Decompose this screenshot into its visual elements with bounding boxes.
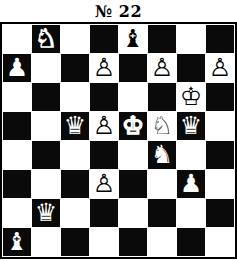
square-c2[interactable] (61, 199, 89, 227)
white-pawn: ♙ (93, 171, 115, 196)
square-d7[interactable]: ♙ (90, 54, 118, 82)
square-a4[interactable] (3, 141, 31, 169)
square-c5[interactable]: ♛ (61, 112, 89, 140)
black-knight: ♞ (35, 26, 57, 51)
square-g6[interactable]: ♔ (177, 83, 205, 111)
square-c8[interactable] (61, 25, 89, 53)
square-f2[interactable] (148, 199, 176, 227)
white-bishop: ♝ (6, 229, 28, 254)
diagram-title: № 22 (0, 0, 237, 22)
square-e3[interactable] (119, 170, 147, 198)
white-king: ♔ (180, 84, 202, 109)
square-g1[interactable] (177, 228, 205, 256)
square-g3[interactable]: ♟ (177, 170, 205, 198)
square-h7[interactable]: ♙ (206, 54, 234, 82)
square-b7[interactable] (32, 54, 60, 82)
square-a1[interactable]: ♝ (3, 228, 31, 256)
square-g7[interactable] (177, 54, 205, 82)
white-queen: ♛ (180, 113, 202, 138)
square-e4[interactable] (119, 141, 147, 169)
square-f5[interactable]: ♘ (148, 112, 176, 140)
square-f1[interactable] (148, 228, 176, 256)
square-h2[interactable] (206, 199, 234, 227)
square-g8[interactable] (177, 25, 205, 53)
square-d5[interactable]: ♙ (90, 112, 118, 140)
square-h5[interactable] (206, 112, 234, 140)
square-a5[interactable] (3, 112, 31, 140)
square-g4[interactable] (177, 141, 205, 169)
square-h8[interactable] (206, 25, 234, 53)
square-g2[interactable] (177, 199, 205, 227)
square-e8[interactable]: ♝ (119, 25, 147, 53)
square-b4[interactable] (32, 141, 60, 169)
square-a3[interactable] (3, 170, 31, 198)
square-b1[interactable] (32, 228, 60, 256)
white-pawn: ♙ (151, 55, 173, 80)
square-e1[interactable] (119, 228, 147, 256)
white-pawn: ♟ (6, 55, 28, 80)
square-f4[interactable]: ♞ (148, 141, 176, 169)
white-pawn: ♙ (209, 55, 231, 80)
square-d2[interactable] (90, 199, 118, 227)
square-b2[interactable]: ♛ (32, 199, 60, 227)
square-f6[interactable] (148, 83, 176, 111)
square-b5[interactable] (32, 112, 60, 140)
square-a6[interactable] (3, 83, 31, 111)
black-king: ♚ (122, 113, 144, 138)
square-d4[interactable] (90, 141, 118, 169)
square-d3[interactable]: ♙ (90, 170, 118, 198)
square-c4[interactable] (61, 141, 89, 169)
black-bishop: ♝ (122, 26, 144, 51)
square-h6[interactable] (206, 83, 234, 111)
square-c1[interactable] (61, 228, 89, 256)
square-g5[interactable]: ♛ (177, 112, 205, 140)
square-b8[interactable]: ♞ (32, 25, 60, 53)
square-b6[interactable] (32, 83, 60, 111)
white-knight: ♞ (151, 142, 173, 167)
square-b3[interactable] (32, 170, 60, 198)
chess-board: ♞♝♟♙♙♙♔♛♙♚♘♛♞♙♟♛♝ (0, 22, 237, 259)
white-queen: ♛ (64, 113, 86, 138)
square-c7[interactable] (61, 54, 89, 82)
square-c3[interactable] (61, 170, 89, 198)
square-e7[interactable] (119, 54, 147, 82)
square-c6[interactable] (61, 83, 89, 111)
white-queen: ♛ (35, 200, 57, 225)
square-h1[interactable] (206, 228, 234, 256)
square-d1[interactable] (90, 228, 118, 256)
square-h4[interactable] (206, 141, 234, 169)
white-pawn: ♟ (180, 171, 202, 196)
white-knight: ♘ (151, 113, 173, 138)
square-d6[interactable] (90, 83, 118, 111)
square-e5[interactable]: ♚ (119, 112, 147, 140)
square-h3[interactable] (206, 170, 234, 198)
square-e6[interactable] (119, 83, 147, 111)
square-a7[interactable]: ♟ (3, 54, 31, 82)
square-f7[interactable]: ♙ (148, 54, 176, 82)
square-a8[interactable] (3, 25, 31, 53)
square-f8[interactable] (148, 25, 176, 53)
square-d8[interactable] (90, 25, 118, 53)
square-f3[interactable] (148, 170, 176, 198)
white-pawn: ♙ (93, 55, 115, 80)
white-pawn: ♙ (93, 113, 115, 138)
square-a2[interactable] (3, 199, 31, 227)
square-e2[interactable] (119, 199, 147, 227)
